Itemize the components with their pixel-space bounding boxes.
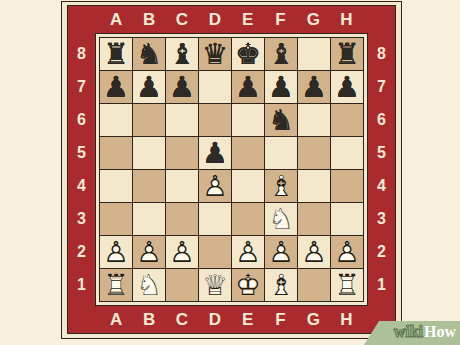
- square-g2: ♟♙: [298, 236, 330, 268]
- square-e2: ♟♙: [232, 236, 264, 268]
- square-c5: [166, 137, 198, 169]
- rank-label-3: 3: [377, 210, 386, 228]
- square-b8: ♞: [133, 38, 165, 70]
- file-label-b: B: [143, 10, 156, 30]
- square-e4: [232, 170, 264, 202]
- square-b6: [133, 104, 165, 136]
- piece-white-pawn: ♟♙: [199, 170, 231, 202]
- file-label-e: E: [242, 10, 254, 30]
- file-label-h: H: [340, 310, 353, 330]
- piece-outline-layer: ♙: [133, 236, 165, 268]
- rank-label-8: 8: [377, 45, 386, 63]
- piece-black-rook: ♜: [100, 38, 132, 70]
- piece-black-knight: ♞: [265, 104, 297, 136]
- piece-outline-layer: ♔: [232, 269, 264, 301]
- wikihow-how-text: How: [424, 323, 456, 341]
- piece-white-pawn: ♟♙: [133, 236, 165, 268]
- rank-label-3: 3: [77, 210, 86, 228]
- piece-white-pawn: ♟♙: [331, 236, 363, 268]
- file-labels-top: ABCDEFGH: [95, 6, 368, 33]
- rank-label-4: 4: [377, 177, 386, 195]
- rank-label-6: 6: [77, 111, 86, 129]
- rank-label-2: 2: [77, 243, 86, 261]
- piece-black-pawn: ♟: [232, 71, 264, 103]
- wikihow-wiki-text: wiki: [394, 323, 423, 341]
- square-b1: ♞♘: [133, 269, 165, 301]
- chess-board: ABCDEFGH 87654321 ♜♞♝♛♚♝♜♟♟♟♟♟♟♟♞♟♟♙♝♗♞♘…: [61, 1, 402, 339]
- piece-outline-layer: ♘: [265, 203, 297, 235]
- piece-outline-layer: ♙: [232, 236, 264, 268]
- piece-glyph: ♝: [166, 38, 198, 70]
- rank-label-5: 5: [377, 144, 386, 162]
- square-g1: [298, 269, 330, 301]
- piece-outline-layer: ♙: [100, 236, 132, 268]
- square-h4: [331, 170, 363, 202]
- file-label-b: B: [143, 310, 156, 330]
- rank-labels-right: 87654321: [368, 33, 395, 306]
- square-c3: [166, 203, 198, 235]
- rank-label-5: 5: [77, 144, 86, 162]
- square-h3: [331, 203, 363, 235]
- square-g6: [298, 104, 330, 136]
- square-c4: [166, 170, 198, 202]
- piece-white-bishop: ♝♗: [265, 269, 297, 301]
- square-e6: [232, 104, 264, 136]
- piece-white-pawn: ♟♙: [265, 236, 297, 268]
- square-h6: [331, 104, 363, 136]
- square-b2: ♟♙: [133, 236, 165, 268]
- square-e7: ♟: [232, 71, 264, 103]
- square-d6: [199, 104, 231, 136]
- square-d5: ♟: [199, 137, 231, 169]
- piece-white-bishop: ♝♗: [265, 170, 297, 202]
- square-f6: ♞: [265, 104, 297, 136]
- piece-glyph: ♟: [331, 71, 363, 103]
- piece-outline-layer: ♙: [199, 170, 231, 202]
- square-h1: ♜♖: [331, 269, 363, 301]
- piece-outline-layer: ♖: [331, 269, 363, 301]
- rank-label-7: 7: [377, 78, 386, 96]
- rank-label-7: 7: [77, 78, 86, 96]
- square-e5: [232, 137, 264, 169]
- square-d4: ♟♙: [199, 170, 231, 202]
- square-c1: [166, 269, 198, 301]
- square-f8: ♝: [265, 38, 297, 70]
- square-d7: [199, 71, 231, 103]
- piece-black-bishop: ♝: [166, 38, 198, 70]
- square-f1: ♝♗: [265, 269, 297, 301]
- square-f2: ♟♙: [265, 236, 297, 268]
- rank-label-6: 6: [377, 111, 386, 129]
- square-e8: ♚: [232, 38, 264, 70]
- piece-glyph: ♞: [133, 38, 165, 70]
- square-h2: ♟♙: [331, 236, 363, 268]
- square-g7: ♟: [298, 71, 330, 103]
- piece-black-bishop: ♝: [265, 38, 297, 70]
- board-grid: ♜♞♝♛♚♝♜♟♟♟♟♟♟♟♞♟♟♙♝♗♞♘♟♙♟♙♟♙♟♙♟♙♟♙♟♙♜♖♞♘…: [99, 37, 364, 302]
- piece-black-king: ♚: [232, 38, 264, 70]
- piece-black-pawn: ♟: [331, 71, 363, 103]
- piece-black-pawn: ♟: [166, 71, 198, 103]
- square-a6: [100, 104, 132, 136]
- square-d2: [199, 236, 231, 268]
- piece-white-rook: ♜♖: [100, 269, 132, 301]
- rank-label-1: 1: [77, 276, 86, 294]
- piece-glyph: ♛: [199, 38, 231, 70]
- file-label-c: C: [176, 10, 189, 30]
- file-label-d: D: [209, 310, 222, 330]
- square-d3: [199, 203, 231, 235]
- square-f3: ♞♘: [265, 203, 297, 235]
- file-label-g: G: [307, 310, 321, 330]
- piece-outline-layer: ♙: [166, 236, 198, 268]
- piece-white-pawn: ♟♙: [232, 236, 264, 268]
- piece-glyph: ♟: [166, 71, 198, 103]
- piece-white-pawn: ♟♙: [166, 236, 198, 268]
- piece-white-rook: ♜♖: [331, 269, 363, 301]
- square-a5: [100, 137, 132, 169]
- square-a1: ♜♖: [100, 269, 132, 301]
- piece-black-pawn: ♟: [298, 71, 330, 103]
- piece-white-king: ♚♔: [232, 269, 264, 301]
- piece-outline-layer: ♗: [265, 170, 297, 202]
- piece-glyph: ♜: [100, 38, 132, 70]
- square-b3: [133, 203, 165, 235]
- square-h8: ♜: [331, 38, 363, 70]
- square-a4: [100, 170, 132, 202]
- file-label-h: H: [340, 10, 353, 30]
- piece-outline-layer: ♙: [298, 236, 330, 268]
- square-a2: ♟♙: [100, 236, 132, 268]
- piece-black-rook: ♜: [331, 38, 363, 70]
- file-label-f: F: [275, 310, 286, 330]
- board-frame: ABCDEFGH 87654321 ♜♞♝♛♚♝♜♟♟♟♟♟♟♟♞♟♟♙♝♗♞♘…: [67, 5, 396, 334]
- square-a8: ♜: [100, 38, 132, 70]
- file-label-a: A: [110, 310, 123, 330]
- square-e3: [232, 203, 264, 235]
- piece-white-knight: ♞♘: [133, 269, 165, 301]
- piece-black-pawn: ♟: [199, 137, 231, 169]
- chess-illustration: ABCDEFGH 87654321 ♜♞♝♛♚♝♜♟♟♟♟♟♟♟♞♟♟♙♝♗♞♘…: [0, 0, 460, 345]
- rank-label-4: 4: [77, 177, 86, 195]
- rank-label-2: 2: [377, 243, 386, 261]
- piece-outline-layer: ♖: [100, 269, 132, 301]
- rank-labels-left: 87654321: [68, 33, 95, 306]
- piece-white-knight: ♞♘: [265, 203, 297, 235]
- file-label-c: C: [176, 310, 189, 330]
- piece-outline-layer: ♗: [265, 269, 297, 301]
- square-g8: [298, 38, 330, 70]
- piece-glyph: ♜: [331, 38, 363, 70]
- square-e1: ♚♔: [232, 269, 264, 301]
- square-a7: ♟: [100, 71, 132, 103]
- rank-label-1: 1: [377, 276, 386, 294]
- square-g5: [298, 137, 330, 169]
- square-h7: ♟: [331, 71, 363, 103]
- wikihow-watermark: wikiHow: [364, 321, 460, 345]
- piece-white-pawn: ♟♙: [100, 236, 132, 268]
- piece-black-queen: ♛: [199, 38, 231, 70]
- piece-glyph: ♟: [265, 71, 297, 103]
- piece-glyph: ♟: [232, 71, 264, 103]
- square-c7: ♟: [166, 71, 198, 103]
- square-g3: [298, 203, 330, 235]
- piece-white-pawn: ♟♙: [298, 236, 330, 268]
- file-label-e: E: [242, 310, 254, 330]
- square-b7: ♟: [133, 71, 165, 103]
- piece-outline-layer: ♙: [265, 236, 297, 268]
- file-label-a: A: [110, 10, 123, 30]
- file-label-g: G: [307, 10, 321, 30]
- square-g4: [298, 170, 330, 202]
- square-d1: ♛♕: [199, 269, 231, 301]
- square-c2: ♟♙: [166, 236, 198, 268]
- square-d8: ♛: [199, 38, 231, 70]
- piece-white-queen: ♛♕: [199, 269, 231, 301]
- piece-glyph: ♟: [199, 137, 231, 169]
- piece-black-knight: ♞: [133, 38, 165, 70]
- square-b5: [133, 137, 165, 169]
- square-b4: [133, 170, 165, 202]
- piece-glyph: ♟: [298, 71, 330, 103]
- piece-outline-layer: ♕: [199, 269, 231, 301]
- piece-glyph: ♟: [100, 71, 132, 103]
- piece-glyph: ♞: [265, 104, 297, 136]
- piece-black-pawn: ♟: [133, 71, 165, 103]
- square-a3: [100, 203, 132, 235]
- file-label-d: D: [209, 10, 222, 30]
- board-inner-bevel: ♜♞♝♛♚♝♜♟♟♟♟♟♟♟♞♟♟♙♝♗♞♘♟♙♟♙♟♙♟♙♟♙♟♙♟♙♜♖♞♘…: [95, 33, 368, 306]
- piece-black-pawn: ♟: [265, 71, 297, 103]
- square-f5: [265, 137, 297, 169]
- file-label-f: F: [275, 10, 286, 30]
- square-h5: [331, 137, 363, 169]
- rank-label-8: 8: [77, 45, 86, 63]
- square-c6: [166, 104, 198, 136]
- square-f4: ♝♗: [265, 170, 297, 202]
- piece-black-pawn: ♟: [100, 71, 132, 103]
- piece-outline-layer: ♙: [331, 236, 363, 268]
- piece-outline-layer: ♘: [133, 269, 165, 301]
- piece-glyph: ♚: [232, 38, 264, 70]
- piece-glyph: ♝: [265, 38, 297, 70]
- square-c8: ♝: [166, 38, 198, 70]
- file-labels-bottom: ABCDEFGH: [95, 306, 368, 333]
- square-f7: ♟: [265, 71, 297, 103]
- piece-glyph: ♟: [133, 71, 165, 103]
